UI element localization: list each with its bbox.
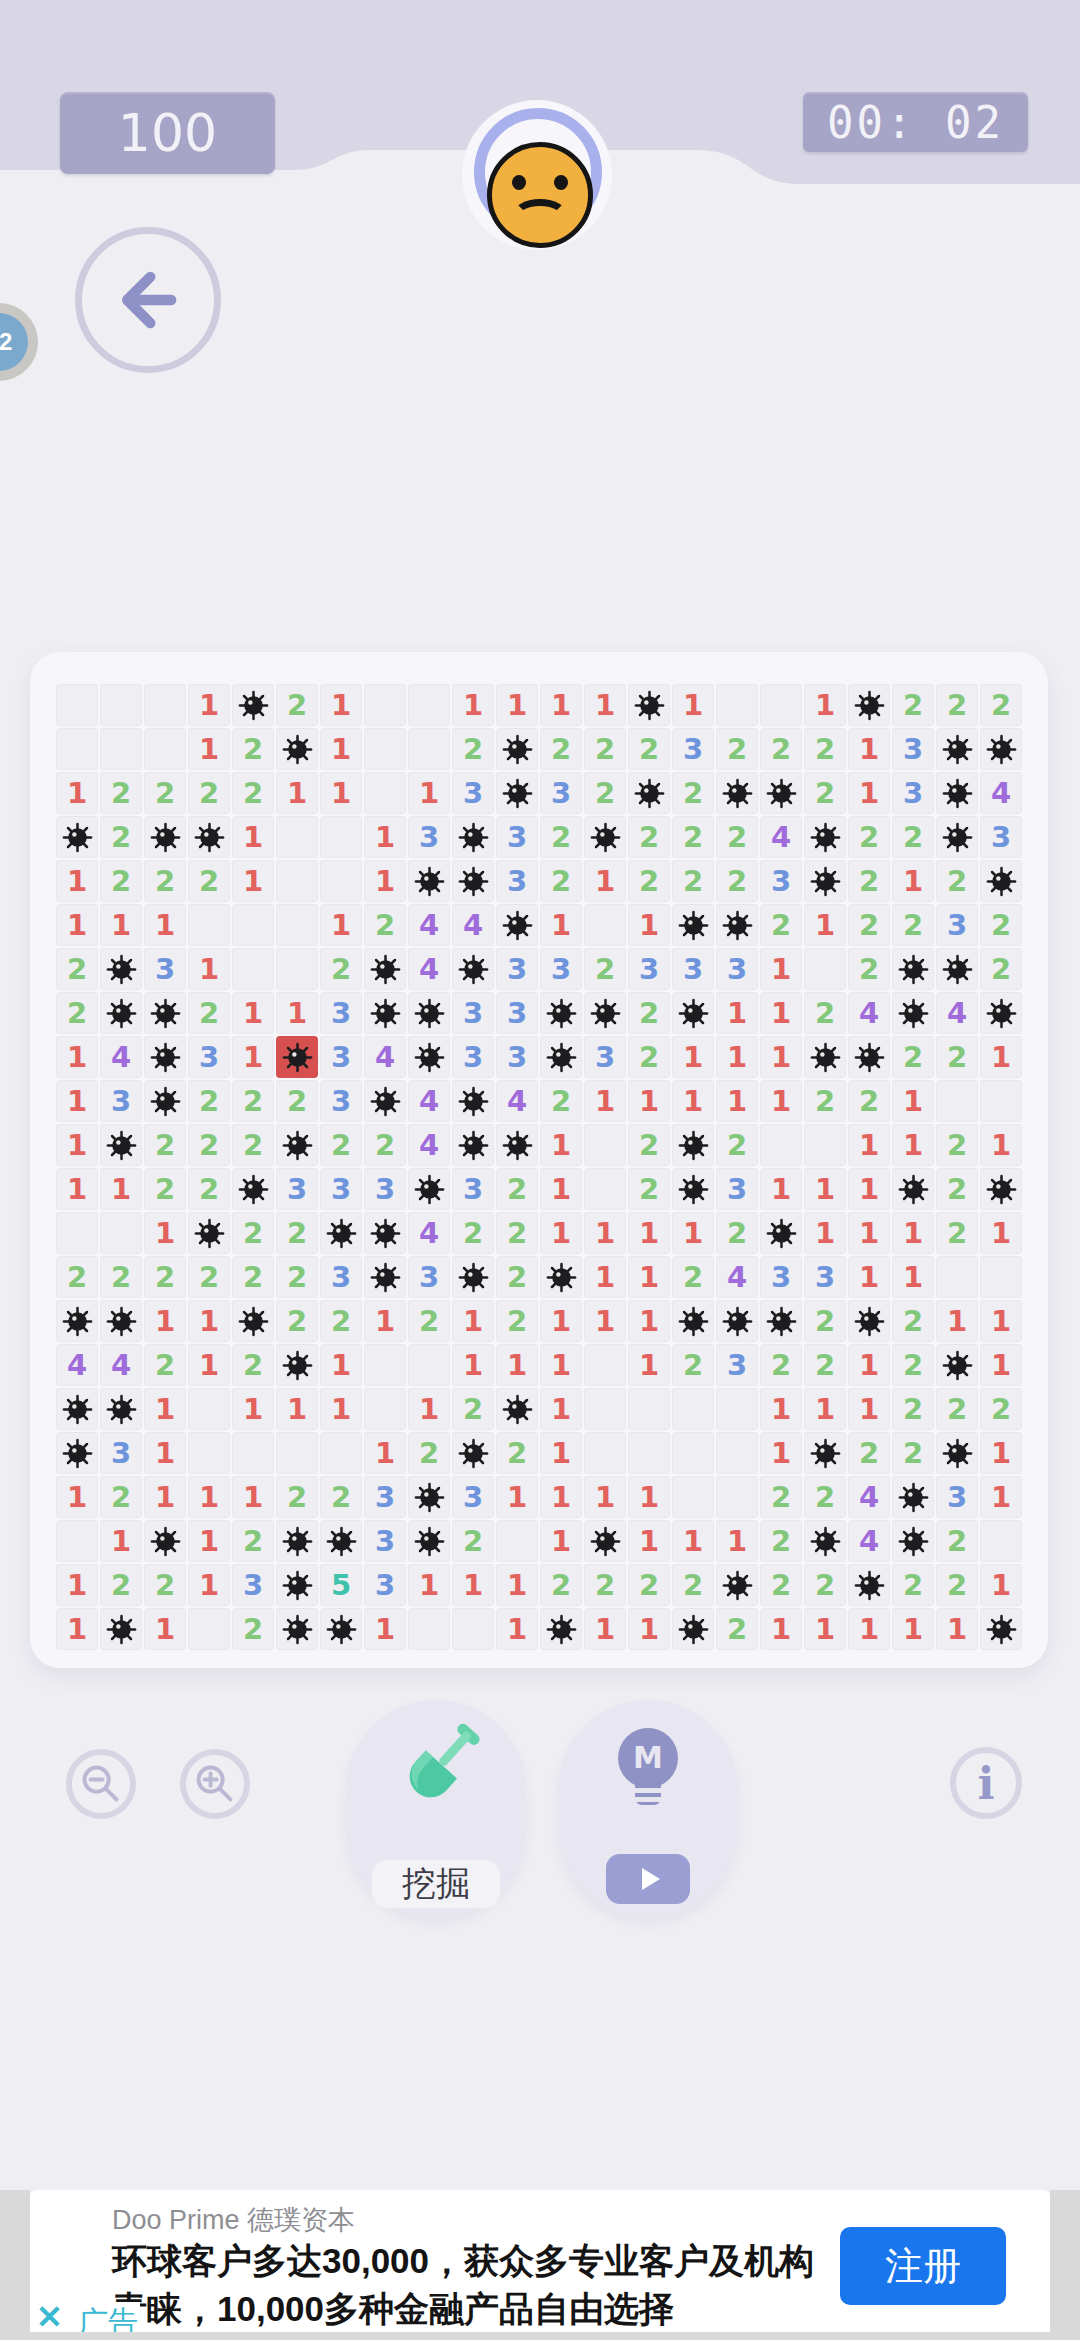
cell-r14c18[interactable]: 3 <box>804 1256 846 1298</box>
cell-r10c14[interactable]: 1 <box>628 1080 670 1122</box>
ad-banner[interactable]: Doo Prime 德璞资本 环球客户多达30,000，获众多专业客户及机构 青… <box>30 2190 1050 2340</box>
cell-r4c21[interactable] <box>936 816 978 858</box>
cell-r10c20[interactable]: 1 <box>892 1080 934 1122</box>
cell-r20c16[interactable]: 1 <box>716 1520 758 1562</box>
cell-r2c12[interactable]: 2 <box>540 728 582 770</box>
cell-r8c22[interactable] <box>980 992 1022 1034</box>
cell-r22c18[interactable]: 1 <box>804 1608 846 1650</box>
cell-r3c4[interactable]: 2 <box>188 772 230 814</box>
cell-r20c15[interactable]: 1 <box>672 1520 714 1562</box>
cell-r1c16[interactable] <box>716 684 758 726</box>
cell-r10c4[interactable]: 2 <box>188 1080 230 1122</box>
cell-r10c17[interactable]: 1 <box>760 1080 802 1122</box>
cell-r22c15[interactable] <box>672 1608 714 1650</box>
cell-r11c6[interactable] <box>276 1124 318 1166</box>
cell-r20c10[interactable]: 2 <box>452 1520 494 1562</box>
cell-r1c22[interactable]: 2 <box>980 684 1022 726</box>
cell-r10c21[interactable] <box>936 1080 978 1122</box>
cell-r14c5[interactable]: 2 <box>232 1256 274 1298</box>
cell-r22c13[interactable]: 1 <box>584 1608 626 1650</box>
cell-r21c1[interactable]: 1 <box>56 1564 98 1606</box>
cell-r12c20[interactable] <box>892 1168 934 1210</box>
cell-r20c17[interactable]: 2 <box>760 1520 802 1562</box>
cell-r12c18[interactable]: 1 <box>804 1168 846 1210</box>
cell-r22c4[interactable] <box>188 1608 230 1650</box>
cell-r17c5[interactable]: 1 <box>232 1388 274 1430</box>
cell-r12c21[interactable]: 2 <box>936 1168 978 1210</box>
cell-r11c20[interactable]: 1 <box>892 1124 934 1166</box>
cell-r8c18[interactable]: 2 <box>804 992 846 1034</box>
cell-r13c4[interactable] <box>188 1212 230 1254</box>
cell-r15c8[interactable]: 1 <box>364 1300 406 1342</box>
cell-r6c6[interactable] <box>276 904 318 946</box>
cell-r6c1[interactable]: 1 <box>56 904 98 946</box>
cell-r4c16[interactable]: 2 <box>716 816 758 858</box>
cell-r8c21[interactable]: 4 <box>936 992 978 1034</box>
cell-r19c16[interactable] <box>716 1476 758 1518</box>
cell-r12c19[interactable]: 1 <box>848 1168 890 1210</box>
cell-r11c22[interactable]: 1 <box>980 1124 1022 1166</box>
cell-r1c18[interactable]: 1 <box>804 684 846 726</box>
cell-r22c9[interactable] <box>408 1608 450 1650</box>
cell-r19c9[interactable] <box>408 1476 450 1518</box>
cell-r18c13[interactable] <box>584 1432 626 1474</box>
cell-r11c14[interactable]: 2 <box>628 1124 670 1166</box>
cell-r17c2[interactable] <box>100 1388 142 1430</box>
cell-r8c15[interactable] <box>672 992 714 1034</box>
cell-r18c20[interactable]: 2 <box>892 1432 934 1474</box>
cell-r9c17[interactable]: 1 <box>760 1036 802 1078</box>
cell-r20c19[interactable]: 4 <box>848 1520 890 1562</box>
cell-r18c7[interactable] <box>320 1432 362 1474</box>
cell-r17c4[interactable] <box>188 1388 230 1430</box>
cell-r19c6[interactable]: 2 <box>276 1476 318 1518</box>
cell-r5c4[interactable]: 2 <box>188 860 230 902</box>
cell-r2c2[interactable] <box>100 728 142 770</box>
cell-r13c12[interactable]: 1 <box>540 1212 582 1254</box>
cell-r18c15[interactable] <box>672 1432 714 1474</box>
cell-r4c17[interactable]: 4 <box>760 816 802 858</box>
cell-r8c3[interactable] <box>144 992 186 1034</box>
cell-r21c2[interactable]: 2 <box>100 1564 142 1606</box>
cell-r16c10[interactable]: 1 <box>452 1344 494 1386</box>
cell-r2c11[interactable] <box>496 728 538 770</box>
cell-r1c10[interactable]: 1 <box>452 684 494 726</box>
cell-r5c3[interactable]: 2 <box>144 860 186 902</box>
cell-r22c6[interactable] <box>276 1608 318 1650</box>
cell-r7c19[interactable]: 2 <box>848 948 890 990</box>
cell-r6c8[interactable]: 2 <box>364 904 406 946</box>
cell-r15c19[interactable] <box>848 1300 890 1342</box>
cell-r5c17[interactable]: 3 <box>760 860 802 902</box>
cell-r1c12[interactable]: 1 <box>540 684 582 726</box>
cell-r10c9[interactable]: 4 <box>408 1080 450 1122</box>
cell-r22c2[interactable] <box>100 1608 142 1650</box>
cell-r4c8[interactable]: 1 <box>364 816 406 858</box>
cell-r15c16[interactable] <box>716 1300 758 1342</box>
cell-r10c10[interactable] <box>452 1080 494 1122</box>
cell-r19c17[interactable]: 2 <box>760 1476 802 1518</box>
cell-r10c3[interactable] <box>144 1080 186 1122</box>
cell-r18c12[interactable]: 1 <box>540 1432 582 1474</box>
cell-r21c13[interactable]: 2 <box>584 1564 626 1606</box>
cell-r3c3[interactable]: 2 <box>144 772 186 814</box>
cell-r10c16[interactable]: 1 <box>716 1080 758 1122</box>
cell-r11c16[interactable]: 2 <box>716 1124 758 1166</box>
cell-r5c15[interactable]: 2 <box>672 860 714 902</box>
cell-r7c21[interactable] <box>936 948 978 990</box>
cell-r7c12[interactable]: 3 <box>540 948 582 990</box>
cell-r16c13[interactable] <box>584 1344 626 1386</box>
cell-r14c14[interactable]: 1 <box>628 1256 670 1298</box>
cell-r21c16[interactable] <box>716 1564 758 1606</box>
minesweeper-board[interactable]: 1211111112221212222322213122221113322213… <box>56 684 1022 1650</box>
cell-r9c19[interactable] <box>848 1036 890 1078</box>
cell-r20c4[interactable]: 1 <box>188 1520 230 1562</box>
cell-r20c2[interactable]: 1 <box>100 1520 142 1562</box>
cell-r19c10[interactable]: 3 <box>452 1476 494 1518</box>
cell-r13c9[interactable]: 4 <box>408 1212 450 1254</box>
cell-r14c7[interactable]: 3 <box>320 1256 362 1298</box>
cell-r22c17[interactable]: 1 <box>760 1608 802 1650</box>
cell-r16c12[interactable]: 1 <box>540 1344 582 1386</box>
cell-r13c1[interactable] <box>56 1212 98 1254</box>
cell-r4c1[interactable] <box>56 816 98 858</box>
cell-r20c18[interactable] <box>804 1520 846 1562</box>
cell-r6c22[interactable]: 2 <box>980 904 1022 946</box>
cell-r9c14[interactable]: 2 <box>628 1036 670 1078</box>
cell-r13c6[interactable]: 2 <box>276 1212 318 1254</box>
cell-r21c18[interactable]: 2 <box>804 1564 846 1606</box>
cell-r14c10[interactable] <box>452 1256 494 1298</box>
cell-r10c18[interactable]: 2 <box>804 1080 846 1122</box>
cell-r11c5[interactable]: 2 <box>232 1124 274 1166</box>
cell-r2c14[interactable]: 2 <box>628 728 670 770</box>
cell-r14c6[interactable]: 2 <box>276 1256 318 1298</box>
cell-r19c21[interactable]: 3 <box>936 1476 978 1518</box>
cell-r7c6[interactable] <box>276 948 318 990</box>
cell-r3c5[interactable]: 2 <box>232 772 274 814</box>
cell-r3c18[interactable]: 2 <box>804 772 846 814</box>
cell-r5c12[interactable]: 2 <box>540 860 582 902</box>
cell-r12c11[interactable]: 2 <box>496 1168 538 1210</box>
cell-r21c17[interactable]: 2 <box>760 1564 802 1606</box>
cell-r19c22[interactable]: 1 <box>980 1476 1022 1518</box>
cell-r19c15[interactable] <box>672 1476 714 1518</box>
cell-r14c4[interactable]: 2 <box>188 1256 230 1298</box>
cell-r20c9[interactable] <box>408 1520 450 1562</box>
cell-r16c8[interactable] <box>364 1344 406 1386</box>
cell-r1c2[interactable] <box>100 684 142 726</box>
cell-r16c11[interactable]: 1 <box>496 1344 538 1386</box>
cell-r9c20[interactable]: 2 <box>892 1036 934 1078</box>
cell-r6c12[interactable]: 1 <box>540 904 582 946</box>
cell-r17c18[interactable]: 1 <box>804 1388 846 1430</box>
cell-r16c14[interactable]: 1 <box>628 1344 670 1386</box>
cell-r13c2[interactable] <box>100 1212 142 1254</box>
cell-r16c6[interactable] <box>276 1344 318 1386</box>
cell-r10c19[interactable]: 2 <box>848 1080 890 1122</box>
cell-r4c15[interactable]: 2 <box>672 816 714 858</box>
cell-r1c19[interactable] <box>848 684 890 726</box>
cell-r22c14[interactable]: 1 <box>628 1608 670 1650</box>
cell-r21c12[interactable]: 2 <box>540 1564 582 1606</box>
cell-r9c9[interactable] <box>408 1036 450 1078</box>
cell-r9c10[interactable]: 3 <box>452 1036 494 1078</box>
cell-r3c2[interactable]: 2 <box>100 772 142 814</box>
cell-r16c5[interactable]: 2 <box>232 1344 274 1386</box>
cell-r1c7[interactable]: 1 <box>320 684 362 726</box>
cell-r15c22[interactable]: 1 <box>980 1300 1022 1342</box>
cell-r13c21[interactable]: 2 <box>936 1212 978 1254</box>
cell-r6c10[interactable]: 4 <box>452 904 494 946</box>
cell-r8c5[interactable]: 1 <box>232 992 274 1034</box>
cell-r14c11[interactable]: 2 <box>496 1256 538 1298</box>
cell-r18c9[interactable]: 2 <box>408 1432 450 1474</box>
cell-r20c12[interactable]: 1 <box>540 1520 582 1562</box>
cell-r16c18[interactable]: 2 <box>804 1344 846 1386</box>
cell-r13c15[interactable]: 1 <box>672 1212 714 1254</box>
cell-r21c4[interactable]: 1 <box>188 1564 230 1606</box>
cell-r11c9[interactable]: 4 <box>408 1124 450 1166</box>
cell-r12c13[interactable] <box>584 1168 626 1210</box>
cell-r1c5[interactable] <box>232 684 274 726</box>
cell-r1c6[interactable]: 2 <box>276 684 318 726</box>
cell-r2c21[interactable] <box>936 728 978 770</box>
cell-r1c3[interactable] <box>144 684 186 726</box>
cell-r17c6[interactable]: 1 <box>276 1388 318 1430</box>
cell-r22c7[interactable] <box>320 1608 362 1650</box>
cell-r13c11[interactable]: 2 <box>496 1212 538 1254</box>
cell-r12c7[interactable]: 3 <box>320 1168 362 1210</box>
cell-r6c3[interactable]: 1 <box>144 904 186 946</box>
cell-r14c9[interactable]: 3 <box>408 1256 450 1298</box>
cell-r3c9[interactable]: 1 <box>408 772 450 814</box>
cell-r2c15[interactable]: 3 <box>672 728 714 770</box>
cell-r15c6[interactable]: 2 <box>276 1300 318 1342</box>
cell-r22c16[interactable]: 2 <box>716 1608 758 1650</box>
cell-r16c4[interactable]: 1 <box>188 1344 230 1386</box>
cell-r22c19[interactable]: 1 <box>848 1608 890 1650</box>
cell-r11c12[interactable]: 1 <box>540 1124 582 1166</box>
cell-r9c3[interactable] <box>144 1036 186 1078</box>
cell-r19c5[interactable]: 1 <box>232 1476 274 1518</box>
cell-r5c20[interactable]: 1 <box>892 860 934 902</box>
cell-r4c14[interactable]: 2 <box>628 816 670 858</box>
cell-r21c6[interactable] <box>276 1564 318 1606</box>
cell-r8c17[interactable]: 1 <box>760 992 802 1034</box>
cell-r10c2[interactable]: 3 <box>100 1080 142 1122</box>
cell-r4c3[interactable] <box>144 816 186 858</box>
cell-r4c12[interactable]: 2 <box>540 816 582 858</box>
cell-r8c8[interactable] <box>364 992 406 1034</box>
cell-r14c13[interactable]: 1 <box>584 1256 626 1298</box>
cell-r9c15[interactable]: 1 <box>672 1036 714 1078</box>
cell-r2c13[interactable]: 2 <box>584 728 626 770</box>
cell-r5c22[interactable] <box>980 860 1022 902</box>
cell-r8c14[interactable]: 2 <box>628 992 670 1034</box>
cell-r17c7[interactable]: 1 <box>320 1388 362 1430</box>
cell-r17c12[interactable]: 1 <box>540 1388 582 1430</box>
cell-r11c17[interactable] <box>760 1124 802 1166</box>
cell-r3c17[interactable] <box>760 772 802 814</box>
cell-r12c17[interactable]: 1 <box>760 1168 802 1210</box>
cell-r22c20[interactable]: 1 <box>892 1608 934 1650</box>
cell-r21c8[interactable]: 3 <box>364 1564 406 1606</box>
cell-r8c12[interactable] <box>540 992 582 1034</box>
cell-r8c2[interactable] <box>100 992 142 1034</box>
cell-r14c20[interactable]: 1 <box>892 1256 934 1298</box>
cell-r7c15[interactable]: 3 <box>672 948 714 990</box>
cell-r11c8[interactable]: 2 <box>364 1124 406 1166</box>
cell-r15c2[interactable] <box>100 1300 142 1342</box>
cell-r2c20[interactable]: 3 <box>892 728 934 770</box>
cell-r6c7[interactable]: 1 <box>320 904 362 946</box>
cell-r1c20[interactable]: 2 <box>892 684 934 726</box>
cell-r12c9[interactable] <box>408 1168 450 1210</box>
cell-r2c1[interactable] <box>56 728 98 770</box>
cell-r6c20[interactable]: 2 <box>892 904 934 946</box>
cell-r18c21[interactable] <box>936 1432 978 1474</box>
cell-r3c19[interactable]: 1 <box>848 772 890 814</box>
cell-r15c5[interactable] <box>232 1300 274 1342</box>
cell-r2c18[interactable]: 2 <box>804 728 846 770</box>
cell-r7c22[interactable]: 2 <box>980 948 1022 990</box>
cell-r20c14[interactable]: 1 <box>628 1520 670 1562</box>
cell-r9c7[interactable]: 3 <box>320 1036 362 1078</box>
cell-r21c15[interactable]: 2 <box>672 1564 714 1606</box>
cell-r6c21[interactable]: 3 <box>936 904 978 946</box>
cell-r15c14[interactable]: 1 <box>628 1300 670 1342</box>
cell-r9c16[interactable]: 1 <box>716 1036 758 1078</box>
cell-r3c14[interactable] <box>628 772 670 814</box>
cell-r9c21[interactable]: 2 <box>936 1036 978 1078</box>
cell-r1c4[interactable]: 1 <box>188 684 230 726</box>
cell-r9c12[interactable] <box>540 1036 582 1078</box>
cell-r5c5[interactable]: 1 <box>232 860 274 902</box>
cell-r4c19[interactable]: 2 <box>848 816 890 858</box>
cell-r5c18[interactable] <box>804 860 846 902</box>
cell-r20c21[interactable]: 2 <box>936 1520 978 1562</box>
cell-r1c21[interactable]: 2 <box>936 684 978 726</box>
cell-r6c9[interactable]: 4 <box>408 904 450 946</box>
cell-r21c19[interactable] <box>848 1564 890 1606</box>
cell-r3c15[interactable]: 2 <box>672 772 714 814</box>
cell-r1c15[interactable]: 1 <box>672 684 714 726</box>
cell-r12c3[interactable]: 2 <box>144 1168 186 1210</box>
cell-r9c22[interactable]: 1 <box>980 1036 1022 1078</box>
cell-r3c6[interactable]: 1 <box>276 772 318 814</box>
cell-r17c10[interactable]: 2 <box>452 1388 494 1430</box>
cell-r6c13[interactable] <box>584 904 626 946</box>
cell-r6c16[interactable] <box>716 904 758 946</box>
cell-r21c22[interactable]: 1 <box>980 1564 1022 1606</box>
cell-r8c11[interactable]: 3 <box>496 992 538 1034</box>
cell-r7c20[interactable] <box>892 948 934 990</box>
cell-r12c2[interactable]: 1 <box>100 1168 142 1210</box>
cell-r7c5[interactable] <box>232 948 274 990</box>
cell-r17c14[interactable] <box>628 1388 670 1430</box>
cell-r7c1[interactable]: 2 <box>56 948 98 990</box>
cell-r16c9[interactable] <box>408 1344 450 1386</box>
sad-face-button[interactable] <box>487 142 593 248</box>
cell-r5c6[interactable] <box>276 860 318 902</box>
cell-r3c1[interactable]: 1 <box>56 772 98 814</box>
cell-r14c3[interactable]: 2 <box>144 1256 186 1298</box>
cell-r19c11[interactable]: 1 <box>496 1476 538 1518</box>
cell-r21c14[interactable]: 2 <box>628 1564 670 1606</box>
cell-r9c8[interactable]: 4 <box>364 1036 406 1078</box>
cell-r20c13[interactable] <box>584 1520 626 1562</box>
cell-r16c3[interactable]: 2 <box>144 1344 186 1386</box>
cell-r14c12[interactable] <box>540 1256 582 1298</box>
cell-r15c3[interactable]: 1 <box>144 1300 186 1342</box>
cell-r2c16[interactable]: 2 <box>716 728 758 770</box>
cell-r14c21[interactable] <box>936 1256 978 1298</box>
cell-r4c4[interactable] <box>188 816 230 858</box>
cell-r14c16[interactable]: 4 <box>716 1256 758 1298</box>
cell-r8c20[interactable] <box>892 992 934 1034</box>
cell-r16c2[interactable]: 4 <box>100 1344 142 1386</box>
cell-r2c22[interactable] <box>980 728 1022 770</box>
cell-r14c1[interactable]: 2 <box>56 1256 98 1298</box>
cell-r13c22[interactable]: 1 <box>980 1212 1022 1254</box>
cell-r17c3[interactable]: 1 <box>144 1388 186 1430</box>
cell-r1c11[interactable]: 1 <box>496 684 538 726</box>
cell-r18c10[interactable] <box>452 1432 494 1474</box>
cell-r14c15[interactable]: 2 <box>672 1256 714 1298</box>
cell-r17c21[interactable]: 2 <box>936 1388 978 1430</box>
cell-r5c11[interactable]: 3 <box>496 860 538 902</box>
cell-r11c7[interactable]: 2 <box>320 1124 362 1166</box>
cell-r9c5[interactable]: 1 <box>232 1036 274 1078</box>
cell-r21c9[interactable]: 1 <box>408 1564 450 1606</box>
cell-r10c5[interactable]: 2 <box>232 1080 274 1122</box>
cell-r7c3[interactable]: 3 <box>144 948 186 990</box>
cell-r12c1[interactable]: 1 <box>56 1168 98 1210</box>
cell-r17c11[interactable] <box>496 1388 538 1430</box>
cell-r8c4[interactable]: 2 <box>188 992 230 1034</box>
cell-r9c6[interactable] <box>276 1036 318 1078</box>
cell-r18c14[interactable] <box>628 1432 670 1474</box>
cell-r2c8[interactable] <box>364 728 406 770</box>
cell-r7c4[interactable]: 1 <box>188 948 230 990</box>
cell-r9c4[interactable]: 3 <box>188 1036 230 1078</box>
cell-r4c5[interactable]: 1 <box>232 816 274 858</box>
cell-r5c21[interactable]: 2 <box>936 860 978 902</box>
cell-r10c7[interactable]: 3 <box>320 1080 362 1122</box>
cell-r8c6[interactable]: 1 <box>276 992 318 1034</box>
cell-r13c13[interactable]: 1 <box>584 1212 626 1254</box>
cell-r14c19[interactable]: 1 <box>848 1256 890 1298</box>
cell-r4c10[interactable] <box>452 816 494 858</box>
cell-r19c20[interactable] <box>892 1476 934 1518</box>
cell-r6c19[interactable]: 2 <box>848 904 890 946</box>
cell-r17c20[interactable]: 2 <box>892 1388 934 1430</box>
cell-r17c22[interactable]: 2 <box>980 1388 1022 1430</box>
cell-r18c4[interactable] <box>188 1432 230 1474</box>
zoom-in-button[interactable] <box>180 1749 250 1819</box>
cell-r3c11[interactable] <box>496 772 538 814</box>
cell-r17c15[interactable] <box>672 1388 714 1430</box>
cell-r11c1[interactable]: 1 <box>56 1124 98 1166</box>
cell-r18c19[interactable]: 2 <box>848 1432 890 1474</box>
cell-r16c22[interactable]: 1 <box>980 1344 1022 1386</box>
cell-r15c20[interactable]: 2 <box>892 1300 934 1342</box>
dig-mode-button[interactable]: 挖掘 <box>346 1700 526 1918</box>
cell-r20c20[interactable] <box>892 1520 934 1562</box>
cell-r8c1[interactable]: 2 <box>56 992 98 1034</box>
